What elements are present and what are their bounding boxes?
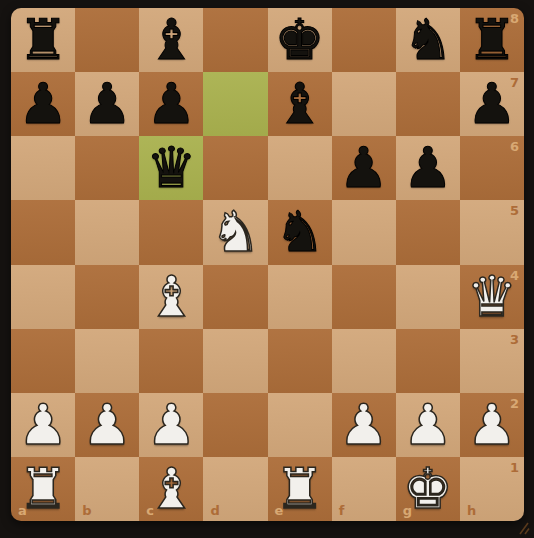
rank-label-6: 6: [510, 139, 519, 154]
app-background: { "game": "chess", "position": { "fen": …: [0, 0, 534, 538]
square-h3[interactable]: 3: [460, 329, 524, 393]
square-g2[interactable]: ♟: [396, 393, 460, 457]
white-pawn[interactable]: ♟: [75, 393, 139, 457]
black-pawn[interactable]: ♟: [332, 136, 396, 200]
square-a7[interactable]: ♟: [11, 72, 75, 136]
white-pawn[interactable]: ♟: [396, 393, 460, 457]
black-king[interactable]: ♚: [268, 8, 332, 72]
square-f6[interactable]: ♟: [332, 136, 396, 200]
square-a2[interactable]: ♟: [11, 393, 75, 457]
square-h6[interactable]: 6: [460, 136, 524, 200]
black-rook[interactable]: ♜: [11, 8, 75, 72]
black-bishop[interactable]: ♝: [268, 72, 332, 136]
square-g1[interactable]: g♚: [396, 457, 460, 521]
file-label-b: b: [82, 503, 91, 518]
square-c3[interactable]: [139, 329, 203, 393]
square-e6[interactable]: [268, 136, 332, 200]
rank-label-5: 5: [510, 203, 519, 218]
white-pawn[interactable]: ♟: [460, 393, 524, 457]
white-queen[interactable]: ♛: [460, 265, 524, 329]
white-rook[interactable]: ♜: [268, 457, 332, 521]
square-e2[interactable]: [268, 393, 332, 457]
square-a5[interactable]: [11, 200, 75, 264]
square-h5[interactable]: 5: [460, 200, 524, 264]
square-c8[interactable]: ♝: [139, 8, 203, 72]
square-f4[interactable]: [332, 265, 396, 329]
square-a4[interactable]: [11, 265, 75, 329]
square-b3[interactable]: [75, 329, 139, 393]
square-d8[interactable]: [203, 8, 267, 72]
square-h4[interactable]: 4♛: [460, 265, 524, 329]
black-pawn[interactable]: ♟: [11, 72, 75, 136]
file-label-d: d: [210, 503, 219, 518]
black-knight[interactable]: ♞: [396, 8, 460, 72]
resize-grip-icon: [516, 521, 530, 535]
square-f8[interactable]: [332, 8, 396, 72]
square-h2[interactable]: 2♟: [460, 393, 524, 457]
square-b8[interactable]: [75, 8, 139, 72]
square-b5[interactable]: [75, 200, 139, 264]
white-bishop[interactable]: ♝: [139, 457, 203, 521]
chess-board: ♜♝♚♞8♜♟♟♟♝7♟♛♟♟6♞♞5♝4♛3♟♟♟♟♟2♟a♜bc♝de♜fg…: [11, 8, 524, 521]
black-knight[interactable]: ♞: [268, 200, 332, 264]
square-d5[interactable]: ♞: [203, 200, 267, 264]
square-g3[interactable]: [396, 329, 460, 393]
black-pawn[interactable]: ♟: [460, 72, 524, 136]
square-g7[interactable]: [396, 72, 460, 136]
white-rook[interactable]: ♜: [11, 457, 75, 521]
white-pawn[interactable]: ♟: [11, 393, 75, 457]
square-b7[interactable]: ♟: [75, 72, 139, 136]
black-pawn[interactable]: ♟: [396, 136, 460, 200]
square-b2[interactable]: ♟: [75, 393, 139, 457]
square-e4[interactable]: [268, 265, 332, 329]
square-f3[interactable]: [332, 329, 396, 393]
black-rook[interactable]: ♜: [460, 8, 524, 72]
square-d1[interactable]: d: [203, 457, 267, 521]
square-g4[interactable]: [396, 265, 460, 329]
file-label-f: f: [339, 503, 345, 518]
square-f5[interactable]: [332, 200, 396, 264]
square-b1[interactable]: b: [75, 457, 139, 521]
square-d3[interactable]: [203, 329, 267, 393]
square-d7[interactable]: [203, 72, 267, 136]
white-bishop[interactable]: ♝: [139, 265, 203, 329]
square-b4[interactable]: [75, 265, 139, 329]
square-a1[interactable]: a♜: [11, 457, 75, 521]
square-f2[interactable]: ♟: [332, 393, 396, 457]
square-d4[interactable]: [203, 265, 267, 329]
square-c7[interactable]: ♟: [139, 72, 203, 136]
square-h7[interactable]: 7♟: [460, 72, 524, 136]
square-e1[interactable]: e♜: [268, 457, 332, 521]
board-resize-handle[interactable]: [516, 520, 530, 534]
square-e5[interactable]: ♞: [268, 200, 332, 264]
white-pawn[interactable]: ♟: [332, 393, 396, 457]
square-f1[interactable]: f: [332, 457, 396, 521]
square-d2[interactable]: [203, 393, 267, 457]
square-c1[interactable]: c♝: [139, 457, 203, 521]
white-king[interactable]: ♚: [396, 457, 460, 521]
black-queen[interactable]: ♛: [139, 136, 203, 200]
rank-label-3: 3: [510, 332, 519, 347]
square-c4[interactable]: ♝: [139, 265, 203, 329]
square-c5[interactable]: [139, 200, 203, 264]
rank-label-1: 1: [510, 460, 519, 475]
square-a3[interactable]: [11, 329, 75, 393]
square-d6[interactable]: [203, 136, 267, 200]
black-pawn[interactable]: ♟: [75, 72, 139, 136]
square-e3[interactable]: [268, 329, 332, 393]
square-g6[interactable]: ♟: [396, 136, 460, 200]
square-b6[interactable]: [75, 136, 139, 200]
black-bishop[interactable]: ♝: [139, 8, 203, 72]
square-a6[interactable]: [11, 136, 75, 200]
square-g5[interactable]: [396, 200, 460, 264]
square-h8[interactable]: 8♜: [460, 8, 524, 72]
white-knight[interactable]: ♞: [203, 200, 267, 264]
square-e8[interactable]: ♚: [268, 8, 332, 72]
square-g8[interactable]: ♞: [396, 8, 460, 72]
square-f7[interactable]: [332, 72, 396, 136]
file-label-h: h: [467, 503, 476, 518]
square-a8[interactable]: ♜: [11, 8, 75, 72]
white-pawn[interactable]: ♟: [139, 393, 203, 457]
square-h1[interactable]: 1h: [460, 457, 524, 521]
black-pawn[interactable]: ♟: [139, 72, 203, 136]
square-c6[interactable]: ♛: [139, 136, 203, 200]
square-e7[interactable]: ♝: [268, 72, 332, 136]
square-c2[interactable]: ♟: [139, 393, 203, 457]
